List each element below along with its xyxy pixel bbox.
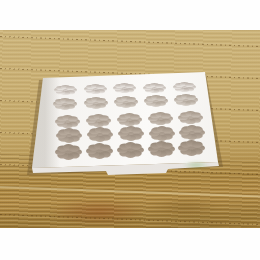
flower-cavity-r5c5: [178, 140, 205, 156]
flower-cavity-r4c4: [149, 126, 175, 141]
flower-cavity-r4c3: [118, 126, 144, 141]
letterbox-bottom: [0, 228, 260, 260]
flower-cavity-r1c1: [54, 85, 77, 95]
flower-cavity-r2c5: [174, 94, 198, 106]
photo-canvas: [0, 0, 260, 260]
flower-cavity-r1c2: [84, 84, 107, 94]
flower-cavity-r3c2: [86, 114, 111, 127]
flower-cavity-r2c1: [53, 98, 77, 110]
flower-cavity-r3c3: [117, 113, 142, 126]
flower-cavity-r1c3: [113, 83, 136, 93]
flower-cavity-r5c2: [86, 143, 113, 159]
flower-cavity-r1c5: [173, 82, 196, 92]
flower-cavity-r3c1: [55, 115, 80, 128]
green-reflection-smudge: [182, 161, 210, 169]
flower-cavity-r1c4: [143, 83, 166, 93]
flower-cavity-r5c1: [55, 144, 82, 160]
flower-cavity-r5c3: [117, 142, 144, 158]
flower-cavity-r2c3: [114, 96, 138, 108]
flower-cavity-r3c5: [178, 111, 203, 124]
flower-cavity-r4c2: [87, 127, 113, 142]
flower-cavity-r4c5: [179, 125, 205, 140]
flower-cavity-r2c4: [144, 95, 168, 107]
flower-cavity-r5c4: [148, 141, 175, 157]
letterbox-top: [0, 0, 260, 30]
cavity-layer: [0, 0, 260, 260]
flower-cavity-r2c2: [84, 97, 108, 109]
flower-cavity-r3c4: [148, 112, 173, 125]
flower-cavity-r4c1: [56, 128, 82, 143]
